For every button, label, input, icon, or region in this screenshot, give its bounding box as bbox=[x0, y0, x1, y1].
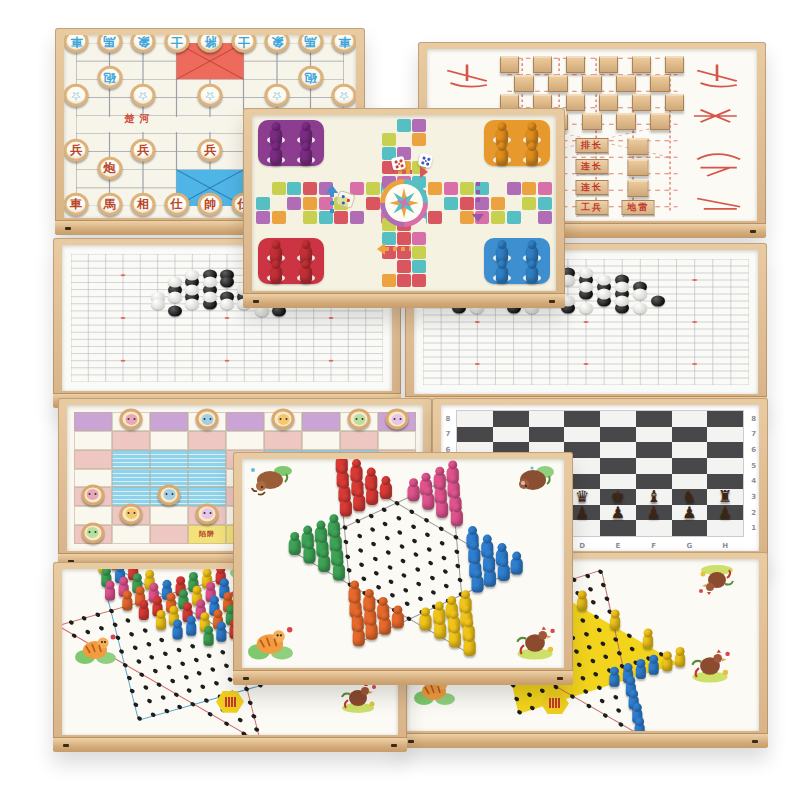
jungle-cell bbox=[226, 412, 264, 431]
go-stone-white bbox=[185, 270, 199, 281]
game-peg bbox=[379, 617, 391, 634]
xiangqi-piece-char: 砲 bbox=[104, 69, 116, 86]
xiangqi-piece: 兵 bbox=[131, 138, 156, 161]
go-stone-white bbox=[185, 284, 199, 295]
rank-label: 4 bbox=[751, 477, 756, 485]
xiangqi-piece-char: 象 bbox=[137, 35, 149, 50]
animal-disc bbox=[120, 503, 143, 524]
rooster-illustration bbox=[336, 682, 380, 714]
jungle-cell bbox=[74, 450, 112, 469]
rank-label: 2 bbox=[751, 509, 756, 517]
jungle-cell bbox=[302, 431, 340, 450]
animal-eye bbox=[361, 418, 363, 420]
badge-mark bbox=[234, 697, 236, 707]
chess-square bbox=[493, 411, 529, 427]
game-peg bbox=[526, 148, 538, 165]
xiangqi-piece: 車 bbox=[332, 35, 357, 53]
go-stone-black bbox=[168, 305, 182, 316]
animal-eye bbox=[393, 418, 395, 420]
board-surface bbox=[242, 459, 564, 668]
game-peg bbox=[407, 484, 419, 501]
rank-label: 8 bbox=[446, 415, 451, 423]
chess-square bbox=[457, 411, 493, 427]
badge-mark bbox=[228, 697, 230, 707]
river-cell bbox=[112, 469, 150, 488]
clasp-mark bbox=[391, 744, 397, 747]
face-down-tile bbox=[616, 113, 636, 130]
go-stone-white bbox=[203, 291, 217, 302]
game-peg bbox=[435, 622, 447, 639]
xiangqi-piece: ☆ bbox=[131, 84, 156, 107]
game-peg bbox=[353, 629, 365, 646]
chess-square bbox=[672, 520, 708, 536]
trap-label: 陷阱 bbox=[199, 531, 215, 538]
go-stone-white bbox=[633, 289, 647, 300]
chess-square bbox=[457, 427, 493, 443]
animal-eye bbox=[203, 418, 205, 420]
xiangqi-piece: ☆ bbox=[332, 84, 357, 107]
chess-square bbox=[672, 411, 708, 427]
track-cell bbox=[538, 197, 552, 210]
face-down-tile bbox=[548, 75, 568, 92]
chess-piece: ♟ bbox=[575, 505, 589, 521]
game-peg bbox=[662, 657, 672, 671]
xiangqi-piece-char: 車 bbox=[70, 196, 82, 213]
track-cell bbox=[303, 182, 317, 195]
military-line-art bbox=[684, 52, 750, 217]
xiangqi-piece-char: 車 bbox=[70, 35, 82, 50]
track-cell bbox=[522, 197, 536, 210]
center-compass bbox=[380, 179, 428, 227]
game-peg bbox=[497, 564, 509, 581]
arrow-head bbox=[472, 214, 484, 222]
xiangqi-piece: 兵 bbox=[64, 138, 89, 161]
track-cell bbox=[382, 133, 396, 146]
die-pip bbox=[342, 202, 345, 205]
wooden-tray bbox=[233, 452, 573, 685]
chess-square bbox=[707, 427, 743, 443]
game-peg bbox=[366, 488, 378, 505]
wooden-tray bbox=[243, 108, 565, 308]
clasp-mark bbox=[65, 227, 71, 230]
go-stone-white bbox=[579, 268, 593, 279]
junqi-tile-连长: 连长 bbox=[576, 159, 609, 174]
track-cell bbox=[303, 197, 317, 210]
game-peg bbox=[366, 623, 378, 640]
face-down-tile bbox=[665, 56, 684, 73]
animal-eye bbox=[89, 493, 91, 495]
go-stone-white bbox=[220, 298, 234, 309]
animal-disc bbox=[81, 484, 104, 505]
chess-square bbox=[636, 411, 672, 427]
clasp-mark bbox=[63, 744, 69, 747]
game-peg bbox=[340, 500, 352, 517]
game-peg bbox=[610, 615, 620, 629]
tray-front-edge bbox=[53, 737, 407, 752]
xiangqi-piece-char: 象 bbox=[271, 35, 283, 50]
xiangqi-piece-char: ☆ bbox=[138, 88, 149, 102]
xiangqi-piece: ☆ bbox=[198, 84, 223, 107]
game-peg bbox=[300, 266, 312, 283]
chess-square bbox=[600, 520, 636, 536]
board-ludo bbox=[243, 108, 565, 308]
jungle-cell bbox=[302, 412, 340, 431]
animal-eye bbox=[95, 493, 97, 495]
die-pip bbox=[347, 199, 350, 202]
game-peg bbox=[270, 266, 282, 283]
game-peg bbox=[609, 673, 619, 687]
rank-label: 7 bbox=[751, 430, 756, 438]
xiangqi-piece-char: 相 bbox=[137, 196, 149, 213]
track-cell bbox=[272, 197, 286, 210]
jungle-cell bbox=[188, 431, 226, 450]
xiangqi-piece-char: 馬 bbox=[305, 35, 317, 50]
animal-eye bbox=[133, 512, 135, 514]
river-cell bbox=[112, 450, 150, 469]
xiangqi-piece: 帥 bbox=[198, 193, 223, 216]
track-cell bbox=[412, 232, 426, 245]
animal-disc bbox=[196, 409, 219, 430]
rooster-art bbox=[695, 564, 739, 596]
chess-square bbox=[600, 442, 636, 458]
xiangqi-piece: 車 bbox=[64, 193, 89, 216]
face-down-tile-row bbox=[500, 56, 685, 73]
face-down-tile bbox=[599, 94, 618, 111]
clasp-mark bbox=[752, 740, 758, 743]
animal-disc bbox=[120, 409, 143, 430]
go-stone-black bbox=[651, 296, 665, 307]
track-cell bbox=[287, 182, 301, 195]
xiangqi-piece-char: 砲 bbox=[305, 69, 317, 86]
go-stone-white bbox=[579, 303, 593, 314]
tiger-art bbox=[74, 633, 118, 665]
home-base-tr bbox=[484, 120, 550, 166]
animal-disc bbox=[158, 484, 181, 505]
game-peg bbox=[451, 510, 463, 527]
home-base-tl bbox=[258, 120, 324, 166]
badge-mark bbox=[549, 698, 551, 708]
rank-label: 5 bbox=[751, 462, 756, 470]
jungle-cell bbox=[150, 506, 188, 525]
go-stone-white bbox=[633, 303, 647, 314]
xiangqi-piece: 砲 bbox=[298, 66, 323, 89]
track-cell bbox=[460, 197, 474, 210]
track-cell bbox=[522, 211, 536, 224]
track-cell bbox=[507, 182, 521, 195]
chess-square bbox=[707, 411, 743, 427]
track-cell bbox=[382, 274, 396, 287]
file-label: H bbox=[722, 542, 728, 550]
face-down-tile bbox=[566, 56, 585, 73]
game-peg bbox=[392, 611, 404, 628]
badge-mark bbox=[558, 698, 560, 708]
ox-illustration bbox=[249, 464, 293, 496]
xiangqi-piece-char: 馬 bbox=[104, 196, 116, 213]
face-down-tile bbox=[533, 56, 552, 73]
xiangqi-piece: ☆ bbox=[64, 84, 89, 107]
track-cell bbox=[256, 211, 270, 224]
track-cell bbox=[412, 274, 426, 287]
clasp-mark bbox=[243, 677, 249, 680]
xiangqi-piece-char: 將 bbox=[204, 35, 216, 50]
chess-square bbox=[564, 411, 600, 427]
track-cell bbox=[272, 211, 286, 224]
chess-piece: ♟ bbox=[718, 505, 732, 521]
animal-disc bbox=[81, 522, 104, 543]
badge-mark bbox=[225, 697, 227, 707]
animal-face bbox=[87, 527, 99, 538]
game-peg bbox=[436, 501, 448, 518]
arrow-head bbox=[377, 243, 385, 255]
jungle-cell bbox=[226, 431, 264, 450]
track-cell bbox=[303, 211, 317, 224]
chess-piece: ♟ bbox=[611, 505, 625, 521]
chess-piece: ♟ bbox=[682, 505, 696, 521]
jungle-cell bbox=[378, 431, 416, 450]
track-cell bbox=[428, 197, 442, 210]
track-cell bbox=[334, 211, 348, 224]
face-down-tile bbox=[650, 113, 670, 130]
xiangqi-piece: 兵 bbox=[198, 138, 223, 161]
animal-eye bbox=[95, 531, 97, 533]
animal-eye bbox=[355, 418, 357, 420]
chess-square bbox=[672, 458, 708, 474]
jungle-cell bbox=[264, 431, 302, 450]
game-peg bbox=[484, 569, 496, 586]
track-cell bbox=[491, 182, 505, 195]
xiangqi-piece: 相 bbox=[131, 193, 156, 216]
track-cell bbox=[444, 211, 458, 224]
game-peg bbox=[643, 634, 653, 648]
game-peg bbox=[289, 538, 301, 555]
board-surface bbox=[252, 115, 556, 291]
chess-square bbox=[529, 411, 565, 427]
game-peg bbox=[422, 493, 434, 510]
river-cell bbox=[150, 450, 188, 469]
track-cell bbox=[366, 211, 380, 224]
game-peg bbox=[332, 563, 344, 580]
face-down-tile bbox=[628, 138, 649, 155]
track-cell bbox=[397, 260, 411, 273]
game-peg bbox=[139, 606, 149, 620]
track-cell bbox=[382, 119, 396, 132]
xiangqi-piece: 炮 bbox=[97, 156, 122, 179]
file-label: G bbox=[687, 542, 693, 550]
chess-square bbox=[600, 427, 636, 443]
chess-square bbox=[707, 442, 743, 458]
track-cell bbox=[272, 182, 286, 195]
game-peg bbox=[676, 653, 686, 667]
rank-label: 8 bbox=[751, 415, 756, 423]
face-down-tile bbox=[500, 56, 519, 73]
animal-eye bbox=[285, 418, 287, 420]
animal-face bbox=[353, 414, 365, 425]
game-peg bbox=[300, 148, 312, 165]
track-cell bbox=[287, 211, 301, 224]
clasp-mark bbox=[549, 300, 555, 303]
animal-disc bbox=[272, 409, 295, 430]
chess-square bbox=[564, 427, 600, 443]
chess-square bbox=[493, 427, 529, 443]
animal-eye bbox=[165, 493, 167, 495]
animal-eye bbox=[209, 418, 211, 420]
track-cell bbox=[538, 182, 552, 195]
animal-eye bbox=[127, 418, 129, 420]
dashed-arrow-right bbox=[386, 168, 420, 176]
track-cell bbox=[256, 182, 270, 195]
chess-square bbox=[636, 442, 672, 458]
dashed-arrow-down bbox=[474, 182, 482, 214]
xiangqi-piece-char: ☆ bbox=[339, 88, 350, 102]
jungle-cell bbox=[74, 412, 112, 431]
rank-label: 6 bbox=[751, 446, 756, 454]
go-stone-white bbox=[597, 275, 611, 286]
track-cell bbox=[444, 182, 458, 195]
animal-eye bbox=[399, 418, 401, 420]
face-down-tile bbox=[628, 180, 649, 197]
tray-front-edge bbox=[233, 670, 573, 685]
chess-square bbox=[672, 427, 708, 443]
tiger-art bbox=[247, 625, 295, 660]
track-cell bbox=[538, 211, 552, 224]
xiangqi-piece-char: 兵 bbox=[137, 141, 149, 158]
chess-square bbox=[707, 520, 743, 536]
game-peg bbox=[649, 661, 659, 675]
badge-mark bbox=[552, 698, 554, 708]
face-down-tile bbox=[665, 94, 684, 111]
rank-label: 3 bbox=[751, 493, 756, 501]
junqi-tile-工兵: 工兵 bbox=[576, 200, 609, 215]
file-label: F bbox=[651, 542, 656, 550]
chess-square bbox=[636, 458, 672, 474]
bear-illustration bbox=[513, 464, 557, 496]
junqi-tile-地雷: 地雷 bbox=[622, 200, 655, 215]
arrow-dashes bbox=[385, 247, 411, 251]
game-peg bbox=[636, 665, 646, 679]
game-peg bbox=[216, 628, 226, 642]
animal-face bbox=[391, 414, 403, 425]
rooster-illustration bbox=[511, 625, 559, 660]
animal-disc bbox=[348, 409, 371, 430]
jungle-cell bbox=[112, 525, 150, 544]
chess-piece: ♟ bbox=[646, 505, 660, 521]
game-peg bbox=[449, 631, 461, 648]
xiangqi-piece: 砲 bbox=[97, 66, 122, 89]
face-down-tile-row bbox=[500, 75, 685, 92]
star-field bbox=[264, 459, 542, 668]
clasp-mark bbox=[408, 740, 414, 743]
game-peg bbox=[270, 148, 282, 165]
go-stone-black bbox=[220, 277, 234, 288]
ox-art bbox=[249, 464, 293, 496]
chess-square bbox=[636, 520, 672, 536]
track-cell bbox=[350, 211, 364, 224]
track-cell bbox=[382, 260, 396, 273]
board-halma-main bbox=[233, 452, 573, 685]
bear-art bbox=[513, 464, 557, 496]
arrow-head bbox=[326, 185, 338, 193]
game-peg bbox=[186, 622, 196, 636]
game-peg bbox=[464, 639, 476, 656]
xiangqi-piece-char: 仕 bbox=[171, 196, 183, 213]
chess-square bbox=[672, 442, 708, 458]
jungle-cell bbox=[150, 525, 188, 544]
track-cell bbox=[412, 260, 426, 273]
die-pip bbox=[423, 156, 426, 159]
xiangqi-piece-char: ☆ bbox=[71, 88, 82, 102]
jungle-cell bbox=[150, 412, 188, 431]
animal-eye bbox=[209, 512, 211, 514]
game-peg bbox=[420, 614, 432, 631]
game-peg bbox=[577, 596, 587, 610]
arrow-dashes bbox=[330, 193, 334, 215]
xiangqi-piece-char: 士 bbox=[238, 35, 250, 50]
animal-face bbox=[163, 489, 175, 500]
tiger-illustration bbox=[74, 633, 118, 665]
go-stone-white bbox=[203, 277, 217, 288]
track-cell bbox=[491, 211, 505, 224]
animal-face bbox=[201, 414, 213, 425]
game-peg bbox=[353, 494, 365, 511]
face-down-tile bbox=[650, 75, 670, 92]
junqi-tile-连长: 连长 bbox=[576, 180, 609, 195]
xiangqi-piece-char: 馬 bbox=[104, 35, 116, 50]
arrow-dashes bbox=[476, 182, 480, 206]
game-peg bbox=[471, 575, 483, 592]
rooster-art bbox=[511, 625, 559, 660]
margin-illustrations bbox=[684, 52, 750, 217]
animal-eye bbox=[203, 512, 205, 514]
track-cell bbox=[507, 197, 521, 210]
xiangqi-piece-char: 兵 bbox=[204, 141, 216, 158]
game-peg bbox=[203, 632, 213, 646]
animal-eye bbox=[127, 512, 129, 514]
rooster-illustration bbox=[686, 648, 734, 683]
track-cell bbox=[412, 246, 426, 259]
jungle-cell bbox=[112, 431, 150, 450]
badge-mark bbox=[231, 697, 233, 707]
game-peg bbox=[379, 482, 391, 499]
face-down-tile bbox=[582, 113, 602, 130]
game-peg bbox=[303, 546, 315, 563]
track-cell bbox=[397, 133, 411, 146]
dashed-arrow-up bbox=[328, 185, 336, 215]
chess-square bbox=[600, 411, 636, 427]
jungle-cell bbox=[340, 431, 378, 450]
rank-label: 7 bbox=[446, 430, 451, 438]
rank-label: 1 bbox=[751, 524, 756, 532]
go-stone-white bbox=[579, 282, 593, 293]
face-down-tile bbox=[632, 94, 651, 111]
face-down-tile bbox=[582, 75, 602, 92]
track-cell bbox=[256, 197, 270, 210]
trap-cell: 陷阱 bbox=[188, 525, 226, 544]
die-pip bbox=[394, 161, 397, 164]
xiangqi-piece-char: 炮 bbox=[104, 159, 116, 176]
track-cell bbox=[507, 211, 521, 224]
go-stone-white bbox=[615, 282, 629, 293]
tray-front-edge bbox=[243, 293, 565, 308]
chess-square bbox=[707, 458, 743, 474]
game-peg bbox=[496, 148, 508, 165]
xiangqi-piece: 馬 bbox=[97, 193, 122, 216]
clasp-mark bbox=[557, 677, 563, 680]
track-cell bbox=[287, 197, 301, 210]
home-base-bl bbox=[258, 238, 324, 284]
go-stone-white bbox=[597, 289, 611, 300]
rooster-illustration bbox=[695, 564, 739, 596]
animal-eye bbox=[133, 418, 135, 420]
